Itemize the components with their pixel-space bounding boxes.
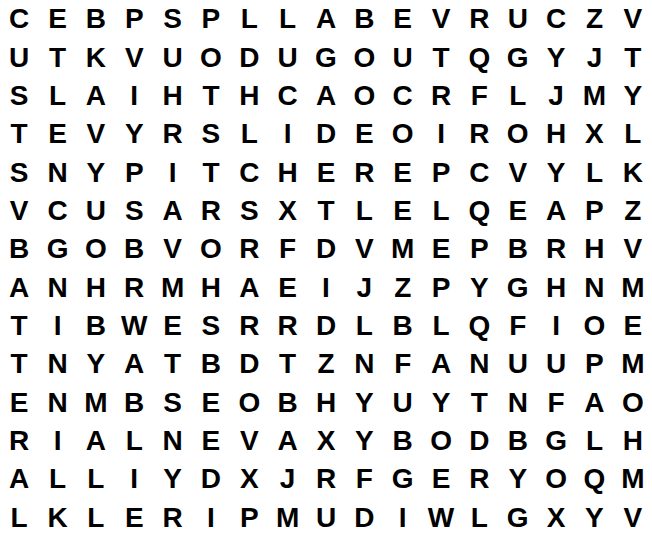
letter-cell[interactable]: B (77, 307, 115, 345)
letter-cell[interactable]: H (537, 115, 575, 153)
letter-cell[interactable]: S (115, 192, 153, 230)
letter-cell[interactable]: U (153, 38, 191, 76)
letter-cell[interactable]: L (115, 422, 153, 460)
letter-cell[interactable]: T (268, 345, 306, 383)
letter-cell[interactable]: G (499, 499, 537, 537)
letter-cell[interactable]: T (0, 307, 38, 345)
letter-cell[interactable]: D (192, 460, 230, 498)
letter-cell[interactable]: K (38, 499, 76, 537)
letter-cell[interactable]: L (345, 192, 383, 230)
letter-cell[interactable]: B (499, 230, 537, 268)
letter-cell[interactable]: H (537, 269, 575, 307)
letter-cell[interactable]: H (192, 269, 230, 307)
letter-cell[interactable]: R (422, 77, 460, 115)
letter-cell[interactable]: W (422, 499, 460, 537)
letter-cell[interactable]: G (537, 422, 575, 460)
letter-cell[interactable]: E (268, 269, 306, 307)
letter-cell[interactable]: O (77, 230, 115, 268)
letter-cell[interactable]: X (230, 460, 268, 498)
letter-cell[interactable]: T (307, 192, 345, 230)
letter-cell[interactable]: V (153, 230, 191, 268)
letter-cell[interactable]: E (384, 153, 422, 191)
letter-cell[interactable]: R (268, 307, 306, 345)
letter-cell[interactable]: A (575, 384, 613, 422)
letter-cell[interactable]: J (268, 460, 306, 498)
letter-cell[interactable]: B (192, 345, 230, 383)
letter-cell[interactable]: C (38, 192, 76, 230)
letter-cell[interactable]: N (575, 269, 613, 307)
letter-cell[interactable]: L (345, 307, 383, 345)
letter-cell[interactable]: P (460, 230, 498, 268)
letter-cell[interactable]: D (230, 38, 268, 76)
letter-cell[interactable]: T (422, 38, 460, 76)
letter-cell[interactable]: R (345, 153, 383, 191)
letter-cell[interactable]: X (575, 115, 613, 153)
letter-cell[interactable]: P (230, 499, 268, 537)
letter-cell[interactable]: O (422, 422, 460, 460)
letter-cell[interactable]: L (460, 499, 498, 537)
letter-cell[interactable]: B (115, 230, 153, 268)
letter-cell[interactable]: C (537, 0, 575, 38)
letter-cell[interactable]: N (153, 422, 191, 460)
letter-cell[interactable]: P (422, 269, 460, 307)
letter-cell[interactable]: L (422, 307, 460, 345)
letter-cell[interactable]: A (307, 0, 345, 38)
letter-cell[interactable]: L (230, 0, 268, 38)
letter-cell[interactable]: Y (575, 499, 613, 537)
letter-cell[interactable]: I (192, 499, 230, 537)
letter-cell[interactable]: M (384, 230, 422, 268)
letter-cell[interactable]: F (268, 230, 306, 268)
letter-cell[interactable]: R (153, 499, 191, 537)
letter-cell[interactable]: P (115, 153, 153, 191)
letter-cell[interactable]: E (307, 153, 345, 191)
letter-cell[interactable]: U (499, 345, 537, 383)
letter-cell[interactable]: E (345, 115, 383, 153)
letter-cell[interactable]: D (345, 499, 383, 537)
word-search-grid: CEBPSPLLABEVRUCZVUTKVUODUGOUTQGYJTSLAIHT… (0, 0, 652, 537)
letter-cell[interactable]: B (0, 230, 38, 268)
letter-cell[interactable]: R (230, 307, 268, 345)
letter-cell[interactable]: O (499, 115, 537, 153)
letter-cell[interactable]: F (345, 460, 383, 498)
letter-cell[interactable]: Y (537, 38, 575, 76)
letter-cell[interactable]: D (307, 115, 345, 153)
letter-cell[interactable]: G (307, 38, 345, 76)
letter-cell[interactable]: Y (499, 460, 537, 498)
letter-cell[interactable]: L (77, 499, 115, 537)
letter-cell[interactable]: J (345, 269, 383, 307)
letter-cell[interactable]: A (77, 422, 115, 460)
letter-cell[interactable]: I (268, 115, 306, 153)
letter-cell[interactable]: V (614, 499, 652, 537)
letter-cell[interactable]: L (422, 192, 460, 230)
letter-cell[interactable]: R (537, 230, 575, 268)
letter-cell[interactable]: Y (115, 115, 153, 153)
letter-cell[interactable]: H (268, 153, 306, 191)
letter-cell[interactable]: L (268, 0, 306, 38)
letter-cell[interactable]: J (537, 77, 575, 115)
letter-cell[interactable]: R (115, 269, 153, 307)
letter-cell[interactable]: X (307, 422, 345, 460)
letter-cell[interactable]: P (575, 192, 613, 230)
letter-cell[interactable]: S (0, 77, 38, 115)
letter-cell[interactable]: I (115, 460, 153, 498)
letter-cell[interactable]: A (230, 269, 268, 307)
letter-cell[interactable]: C (268, 77, 306, 115)
letter-cell[interactable]: A (537, 192, 575, 230)
letter-cell[interactable]: Z (307, 345, 345, 383)
letter-cell[interactable]: A (268, 422, 306, 460)
letter-cell[interactable]: F (384, 345, 422, 383)
letter-cell[interactable]: P (115, 0, 153, 38)
letter-cell[interactable]: F (460, 77, 498, 115)
letter-cell[interactable]: R (0, 422, 38, 460)
letter-cell[interactable]: I (38, 422, 76, 460)
letter-cell[interactable]: Y (422, 384, 460, 422)
letter-cell[interactable]: V (345, 230, 383, 268)
letter-cell[interactable]: B (384, 307, 422, 345)
letter-cell[interactable]: L (499, 77, 537, 115)
letter-cell[interactable]: G (499, 38, 537, 76)
letter-cell[interactable]: F (537, 384, 575, 422)
letter-cell[interactable]: R (153, 115, 191, 153)
letter-cell[interactable]: Q (460, 307, 498, 345)
letter-cell[interactable]: I (153, 153, 191, 191)
letter-cell[interactable]: E (422, 460, 460, 498)
letter-cell[interactable]: P (575, 345, 613, 383)
letter-cell[interactable]: Z (575, 0, 613, 38)
letter-cell[interactable]: T (153, 345, 191, 383)
letter-cell[interactable]: V (614, 230, 652, 268)
letter-cell[interactable]: Y (614, 77, 652, 115)
letter-cell[interactable]: O (192, 38, 230, 76)
letter-cell[interactable]: D (307, 230, 345, 268)
letter-cell[interactable]: L (614, 115, 652, 153)
letter-cell[interactable]: I (537, 307, 575, 345)
letter-cell[interactable]: H (307, 384, 345, 422)
letter-cell[interactable]: Y (77, 345, 115, 383)
letter-cell[interactable]: O (345, 38, 383, 76)
letter-cell[interactable]: T (0, 115, 38, 153)
letter-cell[interactable]: C (230, 153, 268, 191)
letter-cell[interactable]: L (575, 422, 613, 460)
letter-cell[interactable]: E (38, 115, 76, 153)
letter-cell[interactable]: E (115, 499, 153, 537)
letter-cell[interactable]: E (38, 0, 76, 38)
letter-cell[interactable]: G (499, 269, 537, 307)
letter-cell[interactable]: E (0, 384, 38, 422)
letter-cell[interactable]: M (153, 269, 191, 307)
letter-cell[interactable]: V (77, 115, 115, 153)
letter-cell[interactable]: I (422, 115, 460, 153)
letter-cell[interactable]: J (575, 38, 613, 76)
letter-cell[interactable]: I (307, 269, 345, 307)
letter-cell[interactable]: Q (460, 38, 498, 76)
letter-cell[interactable]: R (460, 115, 498, 153)
letter-cell[interactable]: N (460, 345, 498, 383)
letter-cell[interactable]: Z (614, 192, 652, 230)
letter-cell[interactable]: H (153, 77, 191, 115)
letter-cell[interactable]: U (77, 192, 115, 230)
letter-cell[interactable]: D (230, 345, 268, 383)
letter-cell[interactable]: R (230, 230, 268, 268)
letter-cell[interactable]: O (230, 384, 268, 422)
letter-cell[interactable]: V (614, 0, 652, 38)
letter-cell[interactable]: N (38, 345, 76, 383)
letter-cell[interactable]: O (537, 460, 575, 498)
letter-cell[interactable]: M (268, 499, 306, 537)
letter-cell[interactable]: B (384, 422, 422, 460)
letter-cell[interactable]: U (307, 499, 345, 537)
letter-cell[interactable]: Y (460, 269, 498, 307)
letter-cell[interactable]: I (115, 77, 153, 115)
letter-cell[interactable]: D (307, 307, 345, 345)
letter-cell[interactable]: A (307, 77, 345, 115)
letter-cell[interactable]: N (38, 384, 76, 422)
letter-cell[interactable]: H (230, 77, 268, 115)
letter-cell[interactable]: E (153, 307, 191, 345)
letter-cell[interactable]: T (460, 384, 498, 422)
letter-cell[interactable]: C (0, 0, 38, 38)
letter-cell[interactable]: A (0, 269, 38, 307)
letter-cell[interactable]: L (230, 115, 268, 153)
letter-cell[interactable]: O (384, 115, 422, 153)
letter-cell[interactable]: B (499, 422, 537, 460)
letter-cell[interactable]: V (115, 38, 153, 76)
letter-cell[interactable]: A (422, 345, 460, 383)
letter-cell[interactable]: E (384, 192, 422, 230)
letter-cell[interactable]: U (268, 38, 306, 76)
letter-cell[interactable]: P (192, 0, 230, 38)
letter-cell[interactable]: R (460, 460, 498, 498)
letter-cell[interactable]: Y (345, 384, 383, 422)
letter-cell[interactable]: T (192, 77, 230, 115)
letter-cell[interactable]: K (614, 153, 652, 191)
letter-cell[interactable]: M (77, 384, 115, 422)
letter-cell[interactable]: R (307, 460, 345, 498)
letter-cell[interactable]: T (0, 345, 38, 383)
letter-cell[interactable]: F (499, 307, 537, 345)
letter-cell[interactable]: U (537, 345, 575, 383)
letter-cell[interactable]: S (192, 307, 230, 345)
letter-cell[interactable]: M (575, 77, 613, 115)
letter-cell[interactable]: E (192, 384, 230, 422)
letter-cell[interactable]: Y (537, 153, 575, 191)
letter-cell[interactable]: T (192, 153, 230, 191)
letter-cell[interactable]: U (0, 38, 38, 76)
letter-cell[interactable]: L (38, 460, 76, 498)
letter-cell[interactable]: I (384, 499, 422, 537)
letter-cell[interactable]: V (0, 192, 38, 230)
letter-cell[interactable]: Q (575, 460, 613, 498)
letter-cell[interactable]: O (192, 230, 230, 268)
letter-cell[interactable]: Y (345, 422, 383, 460)
letter-cell[interactable]: K (77, 38, 115, 76)
letter-cell[interactable]: A (115, 345, 153, 383)
letter-cell[interactable]: Y (153, 460, 191, 498)
letter-cell[interactable]: Y (77, 153, 115, 191)
letter-cell[interactable]: T (614, 38, 652, 76)
letter-cell[interactable]: M (614, 345, 652, 383)
letter-cell[interactable]: V (422, 0, 460, 38)
letter-cell[interactable]: E (422, 230, 460, 268)
letter-cell[interactable]: S (230, 192, 268, 230)
letter-cell[interactable]: S (153, 384, 191, 422)
letter-cell[interactable]: N (38, 269, 76, 307)
letter-cell[interactable]: E (384, 0, 422, 38)
letter-cell[interactable]: N (38, 153, 76, 191)
letter-cell[interactable]: C (460, 153, 498, 191)
letter-cell[interactable]: D (460, 422, 498, 460)
letter-cell[interactable]: L (575, 153, 613, 191)
letter-cell[interactable]: G (384, 460, 422, 498)
letter-cell[interactable]: O (614, 384, 652, 422)
letter-cell[interactable]: B (115, 384, 153, 422)
letter-cell[interactable]: S (153, 0, 191, 38)
letter-cell[interactable]: O (345, 77, 383, 115)
letter-cell[interactable]: A (0, 460, 38, 498)
letter-cell[interactable]: A (77, 77, 115, 115)
letter-cell[interactable]: O (575, 307, 613, 345)
letter-cell[interactable]: P (422, 153, 460, 191)
letter-cell[interactable]: E (499, 192, 537, 230)
letter-cell[interactable]: L (38, 77, 76, 115)
letter-cell[interactable]: R (192, 192, 230, 230)
letter-cell[interactable]: N (345, 345, 383, 383)
letter-cell[interactable]: X (537, 499, 575, 537)
letter-cell[interactable]: M (614, 460, 652, 498)
letter-cell[interactable]: W (115, 307, 153, 345)
letter-cell[interactable]: L (77, 460, 115, 498)
letter-cell[interactable]: Z (384, 269, 422, 307)
letter-cell[interactable]: B (345, 0, 383, 38)
letter-cell[interactable]: B (268, 384, 306, 422)
letter-cell[interactable]: E (192, 422, 230, 460)
letter-cell[interactable]: S (192, 115, 230, 153)
letter-cell[interactable]: R (460, 0, 498, 38)
letter-cell[interactable]: U (384, 38, 422, 76)
letter-cell[interactable]: S (0, 153, 38, 191)
letter-cell[interactable]: V (499, 153, 537, 191)
letter-cell[interactable]: I (38, 307, 76, 345)
letter-cell[interactable]: V (230, 422, 268, 460)
letter-cell[interactable]: C (384, 77, 422, 115)
letter-cell[interactable]: Q (460, 192, 498, 230)
letter-cell[interactable]: B (77, 0, 115, 38)
letter-cell[interactable]: U (384, 384, 422, 422)
letter-cell[interactable]: U (499, 0, 537, 38)
letter-cell[interactable]: E (614, 307, 652, 345)
letter-cell[interactable]: G (38, 230, 76, 268)
letter-cell[interactable]: L (0, 499, 38, 537)
letter-cell[interactable]: H (77, 269, 115, 307)
letter-cell[interactable]: M (614, 269, 652, 307)
letter-cell[interactable]: A (153, 192, 191, 230)
letter-cell[interactable]: N (499, 384, 537, 422)
letter-cell[interactable]: H (575, 230, 613, 268)
letter-cell[interactable]: H (614, 422, 652, 460)
letter-cell[interactable]: X (268, 192, 306, 230)
letter-cell[interactable]: T (38, 38, 76, 76)
